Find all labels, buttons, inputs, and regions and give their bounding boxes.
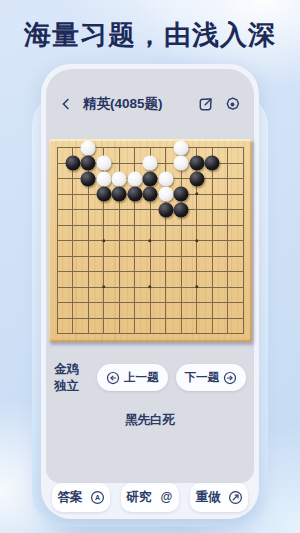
stone-black [143, 171, 158, 186]
answer-circle-a-icon: A [90, 490, 105, 505]
stone-black [158, 202, 173, 217]
stone-black [81, 156, 96, 171]
stone-black [189, 171, 204, 186]
grid-line-vertical [212, 147, 213, 334]
next-problem-button[interactable]: 下一题 [176, 364, 247, 391]
stone-black [189, 156, 204, 171]
star-point [195, 285, 198, 288]
redo-button[interactable]: 重做 [190, 483, 248, 512]
answer-label: 答案 [58, 489, 83, 506]
next-circle-arrow-icon [223, 371, 237, 385]
grid-line-horizontal [57, 333, 244, 334]
svg-text:A: A [94, 494, 99, 502]
svg-text:@: @ [160, 490, 172, 504]
research-label: 研究 [127, 489, 152, 506]
answer-button[interactable]: 答案 A [52, 483, 110, 512]
stone-black [174, 187, 189, 202]
stone-white [143, 156, 158, 171]
stone-black [127, 187, 142, 202]
puzzle-panel: 精英(4085题) 金鸡独立 [46, 69, 254, 483]
action-bar: 答案 A 研究 @ 重做 [41, 483, 259, 512]
stone-black [112, 187, 127, 202]
star-point [102, 285, 105, 288]
puzzle-nav-row: 金鸡独立 上一题 下一题 [46, 364, 254, 391]
grid-line-vertical [181, 147, 182, 334]
stone-black [205, 156, 220, 171]
card-header: 精英(4085题) [46, 69, 254, 139]
star-point [148, 239, 151, 242]
grid-line-vertical [227, 147, 228, 334]
stone-white [81, 140, 96, 155]
stone-white [112, 171, 127, 186]
stone-white [158, 171, 173, 186]
go-board-area [49, 139, 252, 342]
stone-black [65, 156, 80, 171]
stone-black [96, 187, 111, 202]
research-button[interactable]: 研究 @ [121, 483, 179, 512]
at-sign-icon: @ [159, 490, 174, 505]
app-screen: 海量习题，由浅入深 精英(4085题) [0, 0, 300, 533]
redo-label: 重做 [196, 489, 221, 506]
grid-line-horizontal [57, 256, 244, 257]
stone-white [96, 156, 111, 171]
star-point [102, 239, 105, 242]
hero-title: 海量习题，由浅入深 [0, 17, 300, 53]
stone-black [174, 202, 189, 217]
next-problem-label: 下一题 [185, 370, 220, 385]
share-icon[interactable] [197, 96, 214, 113]
grid-line-vertical [243, 147, 244, 334]
back-icon[interactable] [59, 97, 73, 111]
grid-line-horizontal [57, 302, 244, 303]
grid-line-horizontal [57, 318, 244, 319]
stone-white [127, 171, 142, 186]
stone-white [96, 171, 111, 186]
go-board[interactable] [49, 139, 252, 342]
star-point [195, 239, 198, 242]
prev-problem-button[interactable]: 上一题 [97, 364, 168, 391]
stone-white [174, 156, 189, 171]
page-title: 精英(4085题) [83, 95, 187, 113]
stone-black [81, 171, 96, 186]
redo-circle-arrow-icon [228, 490, 243, 505]
settings-icon[interactable] [224, 96, 241, 113]
star-point [195, 192, 198, 195]
prev-circle-arrow-icon [106, 371, 120, 385]
puzzle-card: 精英(4085题) 金鸡独立 [41, 64, 259, 519]
stone-white [158, 187, 173, 202]
stone-white [174, 140, 189, 155]
puzzle-name: 金鸡独立 [54, 361, 89, 395]
stone-black [143, 187, 158, 202]
star-point [148, 285, 151, 288]
task-statement: 黑先白死 [46, 412, 254, 429]
grid-line-horizontal [57, 271, 244, 272]
prev-problem-label: 上一题 [124, 370, 159, 385]
